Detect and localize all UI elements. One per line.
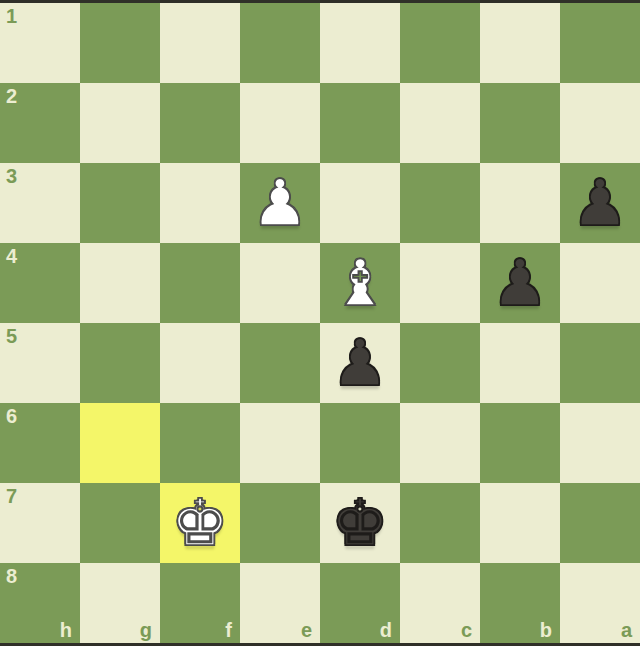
square-e3[interactable]: ♟: [240, 163, 320, 243]
square-b6[interactable]: [480, 403, 560, 483]
black-king[interactable]: ♚: [320, 483, 400, 563]
square-e1[interactable]: [240, 3, 320, 83]
file-label-d: d: [380, 619, 392, 641]
square-c2[interactable]: [400, 83, 480, 163]
square-e5[interactable]: [240, 323, 320, 403]
rank-label-3: 3: [6, 164, 17, 188]
file-label-a: a: [621, 619, 632, 641]
black-pawn[interactable]: ♟: [560, 163, 640, 243]
file-label-g: g: [140, 619, 152, 641]
square-a5[interactable]: [560, 323, 640, 403]
square-d6[interactable]: [320, 403, 400, 483]
square-h3[interactable]: 3: [0, 163, 80, 243]
rank-label-2: 2: [6, 84, 17, 108]
square-c4[interactable]: [400, 243, 480, 323]
square-g3[interactable]: [80, 163, 160, 243]
square-e2[interactable]: [240, 83, 320, 163]
square-a8[interactable]: a: [560, 563, 640, 643]
square-c1[interactable]: [400, 3, 480, 83]
rank-label-1: 1: [6, 4, 17, 28]
white-king[interactable]: ♚: [160, 483, 240, 563]
square-g7[interactable]: [80, 483, 160, 563]
square-d8[interactable]: d: [320, 563, 400, 643]
rank-label-4: 4: [6, 244, 17, 268]
square-b1[interactable]: [480, 3, 560, 83]
white-pawn[interactable]: ♟: [240, 163, 320, 243]
chess-board: 123♟♟4♝♟5♟67♚♚8hgfedcba: [0, 3, 640, 643]
square-b5[interactable]: [480, 323, 560, 403]
square-d1[interactable]: [320, 3, 400, 83]
square-d3[interactable]: [320, 163, 400, 243]
rank-label-6: 6: [6, 404, 17, 428]
square-a6[interactable]: [560, 403, 640, 483]
square-d4[interactable]: ♝: [320, 243, 400, 323]
square-f2[interactable]: [160, 83, 240, 163]
square-h6[interactable]: 6: [0, 403, 80, 483]
square-c5[interactable]: [400, 323, 480, 403]
square-a3[interactable]: ♟: [560, 163, 640, 243]
black-pawn[interactable]: ♟: [320, 323, 400, 403]
square-c8[interactable]: c: [400, 563, 480, 643]
square-f8[interactable]: f: [160, 563, 240, 643]
square-e8[interactable]: e: [240, 563, 320, 643]
file-label-b: b: [540, 619, 552, 641]
square-g4[interactable]: [80, 243, 160, 323]
rank-label-7: 7: [6, 484, 17, 508]
file-label-e: e: [301, 619, 312, 641]
square-g1[interactable]: [80, 3, 160, 83]
square-h7[interactable]: 7: [0, 483, 80, 563]
square-h1[interactable]: 1: [0, 3, 80, 83]
white-bishop[interactable]: ♝: [320, 243, 400, 323]
square-d2[interactable]: [320, 83, 400, 163]
square-c7[interactable]: [400, 483, 480, 563]
square-a1[interactable]: [560, 3, 640, 83]
file-label-c: c: [461, 619, 472, 641]
square-f5[interactable]: [160, 323, 240, 403]
square-d5[interactable]: ♟: [320, 323, 400, 403]
square-a2[interactable]: [560, 83, 640, 163]
square-g6[interactable]: [80, 403, 160, 483]
square-b2[interactable]: [480, 83, 560, 163]
rank-label-8: 8: [6, 564, 17, 588]
square-f1[interactable]: [160, 3, 240, 83]
rank-label-5: 5: [6, 324, 17, 348]
square-h5[interactable]: 5: [0, 323, 80, 403]
square-e7[interactable]: [240, 483, 320, 563]
square-f4[interactable]: [160, 243, 240, 323]
square-h4[interactable]: 4: [0, 243, 80, 323]
square-f6[interactable]: [160, 403, 240, 483]
square-h2[interactable]: 2: [0, 83, 80, 163]
square-f7[interactable]: ♚: [160, 483, 240, 563]
square-c3[interactable]: [400, 163, 480, 243]
file-label-h: h: [60, 619, 72, 641]
square-g8[interactable]: g: [80, 563, 160, 643]
square-b4[interactable]: ♟: [480, 243, 560, 323]
square-e6[interactable]: [240, 403, 320, 483]
square-f3[interactable]: [160, 163, 240, 243]
square-c6[interactable]: [400, 403, 480, 483]
square-g5[interactable]: [80, 323, 160, 403]
file-label-f: f: [225, 619, 232, 641]
square-b3[interactable]: [480, 163, 560, 243]
square-e4[interactable]: [240, 243, 320, 323]
square-a4[interactable]: [560, 243, 640, 323]
square-h8[interactable]: 8h: [0, 563, 80, 643]
square-b7[interactable]: [480, 483, 560, 563]
square-d7[interactable]: ♚: [320, 483, 400, 563]
square-b8[interactable]: b: [480, 563, 560, 643]
black-pawn[interactable]: ♟: [480, 243, 560, 323]
square-a7[interactable]: [560, 483, 640, 563]
square-g2[interactable]: [80, 83, 160, 163]
